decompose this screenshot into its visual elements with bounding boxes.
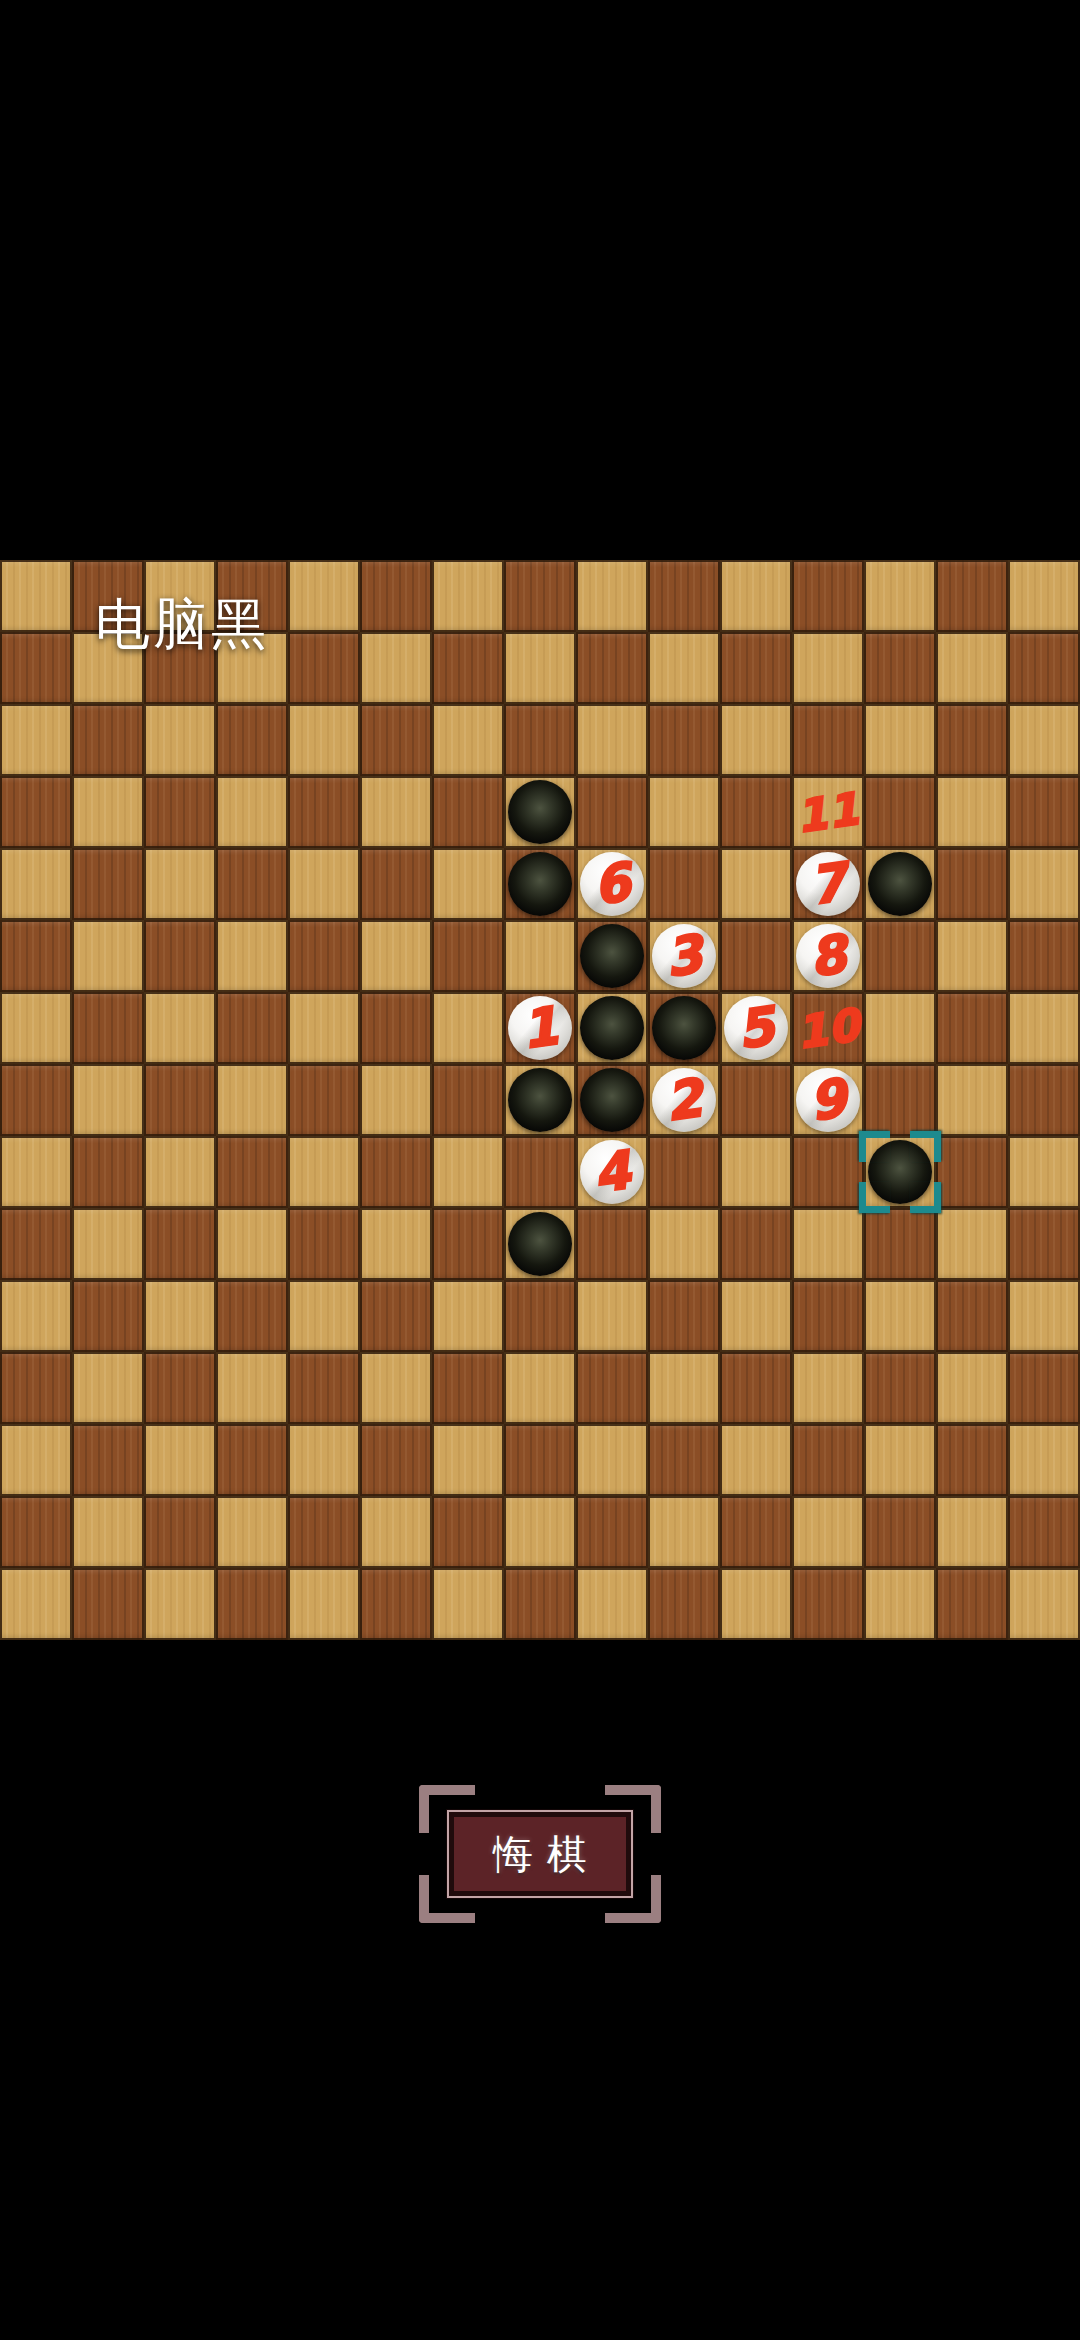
move-annotation: 10 — [787, 987, 868, 1068]
black-stone — [652, 996, 716, 1060]
board-cell[interactable] — [216, 920, 288, 992]
board-cell[interactable] — [288, 1208, 360, 1280]
board-cell[interactable] — [864, 1496, 936, 1568]
board-cell[interactable] — [360, 704, 432, 776]
board-cell[interactable] — [144, 704, 216, 776]
board-cell[interactable] — [0, 704, 72, 776]
undo-button[interactable]: 悔棋 — [447, 1810, 633, 1898]
board-cell[interactable] — [576, 704, 648, 776]
white-stone — [796, 924, 860, 988]
board-cell[interactable]: 6 — [576, 848, 648, 920]
board-cell[interactable] — [1008, 1208, 1080, 1280]
board-cell[interactable] — [216, 1208, 288, 1280]
black-stone — [868, 1140, 932, 1204]
board-cell[interactable] — [144, 1280, 216, 1352]
board-cell[interactable] — [216, 704, 288, 776]
board-cell[interactable] — [288, 1280, 360, 1352]
board-cell[interactable] — [432, 560, 504, 632]
board-cell[interactable] — [936, 1208, 1008, 1280]
board-cell[interactable] — [288, 992, 360, 1064]
board-cell[interactable] — [576, 920, 648, 992]
board-cell[interactable] — [72, 920, 144, 992]
board-cell[interactable] — [504, 1136, 576, 1208]
board-cell[interactable] — [504, 1064, 576, 1136]
board-cell[interactable] — [72, 1424, 144, 1496]
board-cell[interactable] — [288, 560, 360, 632]
board-cell[interactable] — [432, 848, 504, 920]
board-cell[interactable] — [576, 1208, 648, 1280]
board-cell[interactable] — [864, 776, 936, 848]
board-cell[interactable] — [216, 992, 288, 1064]
board-cell[interactable]: 1 — [504, 992, 576, 1064]
board-cell[interactable] — [288, 1568, 360, 1640]
board-cell[interactable] — [360, 1352, 432, 1424]
board-cell[interactable] — [864, 632, 936, 704]
board-cell[interactable] — [432, 1136, 504, 1208]
white-stone — [796, 1068, 860, 1132]
board-cell[interactable] — [0, 1424, 72, 1496]
board-cell[interactable] — [144, 776, 216, 848]
board-cell[interactable] — [504, 1496, 576, 1568]
board-cell[interactable] — [1008, 1352, 1080, 1424]
board-cell[interactable] — [576, 632, 648, 704]
board-cell[interactable] — [792, 1136, 864, 1208]
board-cell[interactable] — [504, 632, 576, 704]
black-stone — [580, 996, 644, 1060]
board-cell[interactable] — [288, 1136, 360, 1208]
board-cell[interactable] — [288, 1496, 360, 1568]
board-cell[interactable] — [864, 1424, 936, 1496]
board-cell[interactable] — [0, 632, 72, 704]
board-cell[interactable] — [216, 1496, 288, 1568]
board-cell[interactable] — [648, 1352, 720, 1424]
board-cell[interactable] — [144, 1064, 216, 1136]
board-cell[interactable] — [288, 848, 360, 920]
board-cell[interactable] — [216, 776, 288, 848]
board-cell[interactable] — [720, 560, 792, 632]
board-cell[interactable] — [792, 1424, 864, 1496]
board-cell[interactable] — [216, 1424, 288, 1496]
board-cell[interactable] — [288, 1064, 360, 1136]
board-cell[interactable] — [864, 920, 936, 992]
board-cell[interactable] — [648, 1136, 720, 1208]
board-cell[interactable] — [360, 848, 432, 920]
board-cell[interactable] — [576, 1352, 648, 1424]
board-cell[interactable]: 4 — [576, 1136, 648, 1208]
board-cell[interactable] — [360, 992, 432, 1064]
black-stone — [508, 852, 572, 916]
board-cell[interactable] — [432, 1064, 504, 1136]
board-cell[interactable] — [576, 776, 648, 848]
black-stone — [508, 780, 572, 844]
board-cell[interactable] — [144, 1424, 216, 1496]
board-cell[interactable] — [288, 1424, 360, 1496]
game-board[interactable]: 1167381510294 — [0, 560, 1080, 1640]
board-cell[interactable] — [720, 1136, 792, 1208]
board-cell[interactable] — [864, 1352, 936, 1424]
white-stone — [508, 996, 572, 1060]
board-cell[interactable] — [72, 1568, 144, 1640]
board-cell[interactable] — [288, 1352, 360, 1424]
board-cell[interactable] — [0, 1208, 72, 1280]
board-cell[interactable] — [1008, 1568, 1080, 1640]
board-cell[interactable] — [720, 1064, 792, 1136]
board-cell[interactable] — [504, 1424, 576, 1496]
board-cell[interactable] — [576, 560, 648, 632]
board-cell[interactable] — [360, 632, 432, 704]
board-cell[interactable] — [432, 1568, 504, 1640]
board-cell[interactable] — [432, 632, 504, 704]
board-cell[interactable] — [648, 1424, 720, 1496]
board-cell[interactable] — [864, 1208, 936, 1280]
board-cell[interactable] — [792, 632, 864, 704]
board-cell[interactable] — [216, 1352, 288, 1424]
board-cell[interactable] — [216, 1064, 288, 1136]
board-cell[interactable] — [288, 632, 360, 704]
board-cell[interactable] — [144, 992, 216, 1064]
board-cell[interactable] — [0, 776, 72, 848]
board-cell[interactable] — [432, 1352, 504, 1424]
app-screen: 电脑黑 1167381510294 悔棋 — [0, 0, 1080, 2340]
board-cell[interactable] — [576, 1064, 648, 1136]
black-stone — [580, 1068, 644, 1132]
board-cell[interactable] — [1008, 1424, 1080, 1496]
board-cell[interactable] — [936, 1352, 1008, 1424]
board-cell[interactable] — [432, 1280, 504, 1352]
board-cell[interactable] — [720, 920, 792, 992]
white-stone — [796, 852, 860, 916]
board-cell[interactable] — [504, 1352, 576, 1424]
board-cell[interactable] — [72, 1496, 144, 1568]
board-cell[interactable] — [792, 1352, 864, 1424]
board-cell[interactable]: 11 — [792, 776, 864, 848]
board-cell[interactable] — [432, 776, 504, 848]
white-stone — [580, 852, 644, 916]
board-cell[interactable] — [720, 632, 792, 704]
board-cell[interactable] — [504, 1568, 576, 1640]
board-cell[interactable] — [792, 560, 864, 632]
black-stone — [580, 924, 644, 988]
board-cell[interactable] — [792, 1280, 864, 1352]
board-cell[interactable] — [432, 1208, 504, 1280]
board-cell[interactable] — [1008, 1064, 1080, 1136]
board-cell[interactable] — [360, 1496, 432, 1568]
board-cell[interactable] — [1008, 848, 1080, 920]
board-cell[interactable] — [648, 632, 720, 704]
board-cell[interactable] — [360, 776, 432, 848]
board-cell[interactable] — [720, 1424, 792, 1496]
board-cell[interactable] — [720, 1352, 792, 1424]
board-cell[interactable] — [360, 920, 432, 992]
board-cell[interactable] — [864, 704, 936, 776]
board-cell[interactable] — [360, 1568, 432, 1640]
board-cell[interactable] — [936, 1424, 1008, 1496]
board-cell[interactable] — [936, 704, 1008, 776]
board-cell[interactable] — [432, 704, 504, 776]
board-cell[interactable] — [576, 1424, 648, 1496]
board-cell[interactable] — [432, 992, 504, 1064]
board-cell[interactable] — [216, 1568, 288, 1640]
board-cell[interactable] — [144, 1568, 216, 1640]
board-cell[interactable] — [864, 1280, 936, 1352]
board-cell[interactable] — [72, 704, 144, 776]
board-cell[interactable] — [504, 848, 576, 920]
board-cell[interactable]: 2 — [648, 1064, 720, 1136]
black-stone — [868, 852, 932, 916]
board-cell[interactable] — [504, 920, 576, 992]
board-cell[interactable] — [720, 1280, 792, 1352]
board-cell[interactable]: 3 — [648, 920, 720, 992]
board-cell[interactable] — [720, 1496, 792, 1568]
board-cell[interactable] — [792, 1568, 864, 1640]
black-stone — [508, 1212, 572, 1276]
board-cell[interactable] — [864, 1568, 936, 1640]
board-cell[interactable] — [936, 848, 1008, 920]
board-cell[interactable] — [1008, 920, 1080, 992]
board-cell[interactable] — [648, 776, 720, 848]
board-cell[interactable] — [72, 1136, 144, 1208]
board-cell[interactable] — [720, 1208, 792, 1280]
board-cell[interactable] — [72, 848, 144, 920]
board-cell[interactable] — [936, 1136, 1008, 1208]
board-cell[interactable] — [144, 1208, 216, 1280]
board-cell[interactable] — [792, 1496, 864, 1568]
board-cell[interactable] — [936, 1496, 1008, 1568]
board-cell[interactable] — [648, 1208, 720, 1280]
board-cell[interactable] — [648, 1568, 720, 1640]
board-cell[interactable] — [360, 560, 432, 632]
board-cell[interactable] — [936, 1280, 1008, 1352]
board-cell[interactable] — [648, 848, 720, 920]
board-cell[interactable] — [576, 1568, 648, 1640]
board-cell[interactable] — [936, 920, 1008, 992]
board-cell[interactable] — [432, 1496, 504, 1568]
white-stone — [652, 1068, 716, 1132]
board-cell[interactable] — [864, 560, 936, 632]
board-cell[interactable] — [216, 1136, 288, 1208]
board-cell[interactable] — [936, 776, 1008, 848]
board-cell[interactable] — [0, 920, 72, 992]
board-cell[interactable] — [720, 848, 792, 920]
board-cell[interactable]: 10 — [792, 992, 864, 1064]
board-cell[interactable] — [0, 1280, 72, 1352]
board-cell[interactable] — [360, 1064, 432, 1136]
white-stone — [724, 996, 788, 1060]
board-cell[interactable] — [216, 1280, 288, 1352]
board-cell[interactable] — [576, 992, 648, 1064]
board-cell[interactable] — [864, 1136, 936, 1208]
board-cell[interactable] — [504, 1208, 576, 1280]
board-cell[interactable] — [432, 1424, 504, 1496]
board-cell[interactable] — [936, 992, 1008, 1064]
black-stone — [508, 1068, 572, 1132]
board-cell[interactable] — [1008, 776, 1080, 848]
undo-button-group: 悔棋 — [419, 1785, 661, 1923]
board-cell[interactable] — [0, 848, 72, 920]
board-cell[interactable] — [648, 560, 720, 632]
board-cell[interactable] — [648, 704, 720, 776]
board-cell[interactable] — [936, 1568, 1008, 1640]
board-cell[interactable] — [504, 1280, 576, 1352]
move-annotation: 11 — [787, 771, 868, 852]
board-cell[interactable] — [288, 776, 360, 848]
board-cell[interactable] — [288, 704, 360, 776]
board-cell[interactable] — [0, 1352, 72, 1424]
board-cell[interactable] — [1008, 632, 1080, 704]
white-stone — [652, 924, 716, 988]
board-cell[interactable] — [792, 1208, 864, 1280]
board-cell[interactable] — [792, 704, 864, 776]
board-cell[interactable] — [72, 992, 144, 1064]
board-cell[interactable] — [1008, 992, 1080, 1064]
board-cell[interactable] — [576, 1280, 648, 1352]
board-cell[interactable] — [0, 1496, 72, 1568]
board-cell[interactable] — [504, 704, 576, 776]
board-cell[interactable] — [720, 1568, 792, 1640]
board-cell[interactable] — [1008, 704, 1080, 776]
board-cell[interactable] — [144, 848, 216, 920]
board-cell[interactable] — [360, 1208, 432, 1280]
board-cell[interactable] — [144, 1496, 216, 1568]
board-cell[interactable] — [72, 1064, 144, 1136]
board-cell[interactable] — [936, 560, 1008, 632]
board-cell[interactable] — [0, 992, 72, 1064]
board-cell[interactable] — [864, 848, 936, 920]
board-cell[interactable]: 8 — [792, 920, 864, 992]
board-cell[interactable] — [0, 1136, 72, 1208]
board-cell[interactable] — [360, 1280, 432, 1352]
board-cell[interactable] — [864, 992, 936, 1064]
board-cell[interactable] — [648, 1280, 720, 1352]
board-cell[interactable] — [648, 992, 720, 1064]
board-cell[interactable] — [720, 776, 792, 848]
board-cell[interactable] — [360, 1136, 432, 1208]
player-turn-label: 电脑黑 — [95, 594, 269, 654]
board-cell[interactable] — [216, 848, 288, 920]
board-cell[interactable] — [576, 1496, 648, 1568]
board-cell[interactable]: 9 — [792, 1064, 864, 1136]
board-cell[interactable] — [144, 1136, 216, 1208]
board-cell[interactable] — [144, 1352, 216, 1424]
board-cell[interactable] — [720, 704, 792, 776]
board-cell[interactable] — [504, 560, 576, 632]
board-cell[interactable] — [0, 1064, 72, 1136]
board-cell[interactable] — [144, 920, 216, 992]
board-cell[interactable] — [1008, 1280, 1080, 1352]
board-cell[interactable] — [72, 1208, 144, 1280]
board-cell[interactable]: 7 — [792, 848, 864, 920]
white-stone — [580, 1140, 644, 1204]
board-cell[interactable] — [0, 560, 72, 632]
board-cell[interactable] — [1008, 1496, 1080, 1568]
board-cell[interactable] — [936, 632, 1008, 704]
board-cell[interactable] — [360, 1424, 432, 1496]
board-cell[interactable] — [936, 1064, 1008, 1136]
board-cell[interactable]: 5 — [720, 992, 792, 1064]
board-cell[interactable] — [864, 1064, 936, 1136]
board-cell[interactable] — [648, 1496, 720, 1568]
board-cell[interactable] — [288, 920, 360, 992]
board-cell[interactable] — [72, 776, 144, 848]
board-cell[interactable] — [1008, 560, 1080, 632]
board-cell[interactable] — [72, 1280, 144, 1352]
board-cell[interactable] — [72, 1352, 144, 1424]
board-cell[interactable] — [1008, 1136, 1080, 1208]
board-cell[interactable] — [0, 1568, 72, 1640]
board-cell[interactable] — [432, 920, 504, 992]
board-cell[interactable] — [504, 776, 576, 848]
